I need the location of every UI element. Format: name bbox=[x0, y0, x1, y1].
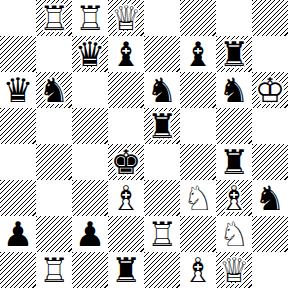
square-d5[interactable] bbox=[108, 108, 144, 144]
white-rook[interactable]: ♜♖ bbox=[72, 0, 108, 36]
piece-glyph: ♕ bbox=[108, 0, 144, 36]
square-b6[interactable]: ♞♞ bbox=[36, 72, 72, 108]
piece-glyph: ♜ bbox=[216, 144, 252, 180]
square-e6[interactable]: ♞♞ bbox=[144, 72, 180, 108]
black-pawn[interactable]: ♟♟ bbox=[0, 216, 36, 252]
piece-glyph: ♜ bbox=[144, 108, 180, 144]
white-knight[interactable]: ♞♘ bbox=[216, 216, 252, 252]
black-rook[interactable]: ♜♜ bbox=[144, 108, 180, 144]
piece-glyph: ♞ bbox=[252, 180, 288, 216]
square-e2[interactable]: ♜♖ bbox=[144, 216, 180, 252]
square-f6[interactable] bbox=[180, 72, 216, 108]
square-c3[interactable] bbox=[72, 180, 108, 216]
square-a3[interactable] bbox=[0, 180, 36, 216]
square-e4[interactable] bbox=[144, 144, 180, 180]
square-f1[interactable]: ♝♗ bbox=[180, 252, 216, 288]
square-a4[interactable] bbox=[0, 144, 36, 180]
square-g6[interactable]: ♞♞ bbox=[216, 72, 252, 108]
piece-glyph: ♘ bbox=[216, 216, 252, 252]
square-a2[interactable]: ♟♟ bbox=[0, 216, 36, 252]
square-h1[interactable] bbox=[252, 252, 288, 288]
square-e7[interactable] bbox=[144, 36, 180, 72]
piece-glyph: ♗ bbox=[216, 180, 252, 216]
piece-glyph: ♗ bbox=[180, 252, 216, 288]
white-bishop[interactable]: ♝♗ bbox=[180, 252, 216, 288]
black-knight[interactable]: ♞♞ bbox=[252, 180, 288, 216]
piece-glyph: ♖ bbox=[36, 0, 72, 36]
white-queen[interactable]: ♛♕ bbox=[108, 0, 144, 36]
piece-glyph: ♔ bbox=[252, 72, 288, 108]
square-c6[interactable] bbox=[72, 72, 108, 108]
square-d1[interactable]: ♜♜ bbox=[108, 252, 144, 288]
square-h7[interactable] bbox=[252, 36, 288, 72]
piece-glyph: ♖ bbox=[36, 252, 72, 288]
square-c7[interactable]: ♛♛ bbox=[72, 36, 108, 72]
square-a7[interactable] bbox=[0, 36, 36, 72]
piece-glyph: ♟ bbox=[72, 216, 108, 252]
square-c4[interactable] bbox=[72, 144, 108, 180]
square-d6[interactable] bbox=[108, 72, 144, 108]
square-g3[interactable]: ♝♗ bbox=[216, 180, 252, 216]
black-rook[interactable]: ♜♜ bbox=[108, 252, 144, 288]
square-h5[interactable] bbox=[252, 108, 288, 144]
square-h4[interactable] bbox=[252, 144, 288, 180]
square-f4[interactable] bbox=[180, 144, 216, 180]
square-g4[interactable]: ♜♜ bbox=[216, 144, 252, 180]
black-knight[interactable]: ♞♞ bbox=[144, 72, 180, 108]
chess-board: ♜♖♜♖♛♕♛♛♝♝♝♝♜♜♛♛♞♞♞♞♞♞♚♔♜♜♚♚♜♜♝♗♞♘♝♗♞♞♟♟… bbox=[0, 0, 288, 288]
white-bishop[interactable]: ♝♗ bbox=[216, 180, 252, 216]
square-c1[interactable] bbox=[72, 252, 108, 288]
square-b4[interactable] bbox=[36, 144, 72, 180]
square-d8[interactable]: ♛♕ bbox=[108, 0, 144, 36]
black-queen[interactable]: ♛♛ bbox=[0, 72, 36, 108]
square-e5[interactable]: ♜♜ bbox=[144, 108, 180, 144]
white-rook[interactable]: ♜♖ bbox=[36, 0, 72, 36]
square-f8[interactable] bbox=[180, 0, 216, 36]
piece-glyph: ♖ bbox=[72, 0, 108, 36]
square-c5[interactable] bbox=[72, 108, 108, 144]
black-bishop[interactable]: ♝♝ bbox=[108, 36, 144, 72]
white-bishop[interactable]: ♝♗ bbox=[108, 180, 144, 216]
black-rook[interactable]: ♜♜ bbox=[216, 36, 252, 72]
square-f2[interactable] bbox=[180, 216, 216, 252]
square-b7[interactable] bbox=[36, 36, 72, 72]
square-c2[interactable]: ♟♟ bbox=[72, 216, 108, 252]
square-b1[interactable]: ♜♖ bbox=[36, 252, 72, 288]
square-g2[interactable]: ♞♘ bbox=[216, 216, 252, 252]
square-f5[interactable] bbox=[180, 108, 216, 144]
square-a1[interactable] bbox=[0, 252, 36, 288]
white-rook[interactable]: ♜♖ bbox=[144, 216, 180, 252]
black-knight[interactable]: ♞♞ bbox=[216, 72, 252, 108]
piece-glyph: ♛ bbox=[72, 36, 108, 72]
white-king[interactable]: ♚♔ bbox=[252, 72, 288, 108]
square-e8[interactable] bbox=[144, 0, 180, 36]
piece-glyph: ♗ bbox=[108, 180, 144, 216]
piece-glyph: ♜ bbox=[108, 252, 144, 288]
square-b8[interactable]: ♜♖ bbox=[36, 0, 72, 36]
square-a6[interactable]: ♛♛ bbox=[0, 72, 36, 108]
square-e3[interactable] bbox=[144, 180, 180, 216]
square-a8[interactable] bbox=[0, 0, 36, 36]
square-b3[interactable] bbox=[36, 180, 72, 216]
chess-diagram: ♜♖♜♖♛♕♛♛♝♝♝♝♜♜♛♛♞♞♞♞♞♞♚♔♜♜♚♚♜♜♝♗♞♘♝♗♞♞♟♟… bbox=[0, 0, 288, 288]
square-h2[interactable] bbox=[252, 216, 288, 252]
piece-glyph: ♚ bbox=[108, 144, 144, 180]
square-c8[interactable]: ♜♖ bbox=[72, 0, 108, 36]
white-knight[interactable]: ♞♘ bbox=[180, 180, 216, 216]
piece-glyph: ♜ bbox=[216, 36, 252, 72]
piece-glyph: ♞ bbox=[144, 72, 180, 108]
black-bishop[interactable]: ♝♝ bbox=[180, 36, 216, 72]
piece-glyph: ♞ bbox=[216, 72, 252, 108]
square-b2[interactable] bbox=[36, 216, 72, 252]
piece-glyph: ♛ bbox=[0, 72, 36, 108]
white-queen[interactable]: ♛♕ bbox=[216, 252, 252, 288]
square-g7[interactable]: ♜♜ bbox=[216, 36, 252, 72]
square-e1[interactable] bbox=[144, 252, 180, 288]
square-f3[interactable]: ♞♘ bbox=[180, 180, 216, 216]
black-queen[interactable]: ♛♛ bbox=[72, 36, 108, 72]
piece-glyph: ♝ bbox=[180, 36, 216, 72]
piece-glyph: ♕ bbox=[216, 252, 252, 288]
black-king[interactable]: ♚♚ bbox=[108, 144, 144, 180]
piece-glyph: ♞ bbox=[36, 72, 72, 108]
square-f7[interactable]: ♝♝ bbox=[180, 36, 216, 72]
square-g1[interactable]: ♛♕ bbox=[216, 252, 252, 288]
square-d3[interactable]: ♝♗ bbox=[108, 180, 144, 216]
square-h3[interactable]: ♞♞ bbox=[252, 180, 288, 216]
square-d4[interactable]: ♚♚ bbox=[108, 144, 144, 180]
square-b5[interactable] bbox=[36, 108, 72, 144]
piece-glyph: ♟ bbox=[0, 216, 36, 252]
square-g5[interactable] bbox=[216, 108, 252, 144]
square-d2[interactable] bbox=[108, 216, 144, 252]
square-h8[interactable] bbox=[252, 0, 288, 36]
square-h6[interactable]: ♚♔ bbox=[252, 72, 288, 108]
black-pawn[interactable]: ♟♟ bbox=[72, 216, 108, 252]
piece-glyph: ♝ bbox=[108, 36, 144, 72]
square-g8[interactable] bbox=[216, 0, 252, 36]
square-a5[interactable] bbox=[0, 108, 36, 144]
black-knight[interactable]: ♞♞ bbox=[36, 72, 72, 108]
white-rook[interactable]: ♜♖ bbox=[36, 252, 72, 288]
square-d7[interactable]: ♝♝ bbox=[108, 36, 144, 72]
black-rook[interactable]: ♜♜ bbox=[216, 144, 252, 180]
piece-glyph: ♘ bbox=[180, 180, 216, 216]
piece-glyph: ♖ bbox=[144, 216, 180, 252]
